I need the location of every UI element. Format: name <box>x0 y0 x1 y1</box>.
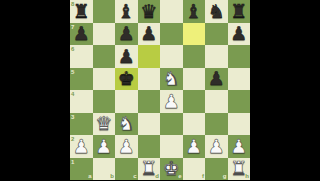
square-b4[interactable] <box>93 90 116 113</box>
square-a3[interactable]: 3 <box>70 113 93 136</box>
white-pawn-e4[interactable]: ♟ <box>160 90 183 113</box>
square-d3[interactable] <box>138 113 161 136</box>
square-d2[interactable] <box>138 135 161 158</box>
square-a1[interactable]: 1a <box>70 158 93 181</box>
square-h6[interactable] <box>228 45 251 68</box>
rank-label-6: 6 <box>71 46 74 52</box>
white-knight-e5[interactable]: ♞ <box>160 68 183 91</box>
square-f4[interactable] <box>183 90 206 113</box>
square-g3[interactable] <box>205 113 228 136</box>
black-bishop-f8[interactable]: ♝ <box>183 0 206 23</box>
square-a7[interactable]: 7♟ <box>70 23 93 46</box>
left-letterbox <box>0 0 70 180</box>
square-h3[interactable] <box>228 113 251 136</box>
file-label-a: a <box>88 173 91 179</box>
square-f1[interactable]: f <box>183 158 206 181</box>
square-e7[interactable] <box>160 23 183 46</box>
square-c6[interactable]: ♟ <box>115 45 138 68</box>
white-king-e1[interactable]: ♚ <box>160 158 183 181</box>
square-h5[interactable] <box>228 68 251 91</box>
square-d8[interactable]: ♛ <box>138 0 161 23</box>
white-knight-c3[interactable]: ♞ <box>115 113 138 136</box>
square-g6[interactable] <box>205 45 228 68</box>
black-pawn-h7[interactable]: ♟ <box>228 23 251 46</box>
black-rook-h8[interactable]: ♜ <box>228 0 251 23</box>
chess-board: 8♜♝♛♝♞♜7♟♟♟♟6♟5♚♞♟4♟3♛♞2♟♟♟♟♟♟1abcd♜e♚fg… <box>70 0 250 180</box>
square-c3[interactable]: ♞ <box>115 113 138 136</box>
square-g1[interactable]: g <box>205 158 228 181</box>
white-pawn-f2[interactable]: ♟ <box>183 135 206 158</box>
square-b5[interactable] <box>93 68 116 91</box>
square-f6[interactable] <box>183 45 206 68</box>
square-a6[interactable]: 6 <box>70 45 93 68</box>
white-rook-h1[interactable]: ♜ <box>228 158 251 181</box>
square-c8[interactable]: ♝ <box>115 0 138 23</box>
white-pawn-g2[interactable]: ♟ <box>205 135 228 158</box>
square-d7[interactable]: ♟ <box>138 23 161 46</box>
white-queen-b3[interactable]: ♛ <box>93 113 116 136</box>
square-g5[interactable]: ♟ <box>205 68 228 91</box>
square-c2[interactable]: ♟ <box>115 135 138 158</box>
square-g8[interactable]: ♞ <box>205 0 228 23</box>
square-d5[interactable] <box>138 68 161 91</box>
file-label-b: b <box>110 173 114 179</box>
white-pawn-a2[interactable]: ♟ <box>70 135 93 158</box>
square-h2[interactable]: ♟ <box>228 135 251 158</box>
black-pawn-d7[interactable]: ♟ <box>138 23 161 46</box>
square-d6[interactable] <box>138 45 161 68</box>
black-knight-g8[interactable]: ♞ <box>205 0 228 23</box>
white-rook-d1[interactable]: ♜ <box>138 158 161 181</box>
black-queen-d8[interactable]: ♛ <box>138 0 161 23</box>
square-e1[interactable]: e♚ <box>160 158 183 181</box>
square-e4[interactable]: ♟ <box>160 90 183 113</box>
square-f8[interactable]: ♝ <box>183 0 206 23</box>
square-c4[interactable] <box>115 90 138 113</box>
square-b6[interactable] <box>93 45 116 68</box>
square-b8[interactable] <box>93 0 116 23</box>
square-h8[interactable]: ♜ <box>228 0 251 23</box>
square-h1[interactable]: h♜ <box>228 158 251 181</box>
square-e5[interactable]: ♞ <box>160 68 183 91</box>
black-bishop-c8[interactable]: ♝ <box>115 0 138 23</box>
square-d1[interactable]: d♜ <box>138 158 161 181</box>
square-c5[interactable]: ♚ <box>115 68 138 91</box>
black-pawn-a7[interactable]: ♟ <box>70 23 93 46</box>
rank-label-4: 4 <box>71 91 74 97</box>
rank-label-5: 5 <box>71 69 74 75</box>
square-a8[interactable]: 8♜ <box>70 0 93 23</box>
file-label-f: f <box>202 173 204 179</box>
black-rook-a8[interactable]: ♜ <box>70 0 93 23</box>
file-label-g: g <box>223 173 227 179</box>
square-g7[interactable] <box>205 23 228 46</box>
file-label-c: c <box>133 173 136 179</box>
square-g2[interactable]: ♟ <box>205 135 228 158</box>
square-f3[interactable] <box>183 113 206 136</box>
square-f2[interactable]: ♟ <box>183 135 206 158</box>
white-pawn-b2[interactable]: ♟ <box>93 135 116 158</box>
square-a2[interactable]: 2♟ <box>70 135 93 158</box>
square-e6[interactable] <box>160 45 183 68</box>
square-f7[interactable] <box>183 23 206 46</box>
square-b2[interactable]: ♟ <box>93 135 116 158</box>
white-pawn-h2[interactable]: ♟ <box>228 135 251 158</box>
black-pawn-c7[interactable]: ♟ <box>115 23 138 46</box>
square-h4[interactable] <box>228 90 251 113</box>
square-e2[interactable] <box>160 135 183 158</box>
rank-label-3: 3 <box>71 114 74 120</box>
square-b7[interactable] <box>93 23 116 46</box>
square-h7[interactable]: ♟ <box>228 23 251 46</box>
white-pawn-c2[interactable]: ♟ <box>115 135 138 158</box>
square-a4[interactable]: 4 <box>70 90 93 113</box>
black-pawn-g5[interactable]: ♟ <box>205 68 228 91</box>
square-a5[interactable]: 5 <box>70 68 93 91</box>
square-e8[interactable] <box>160 0 183 23</box>
right-letterbox <box>250 0 320 180</box>
square-c1[interactable]: c <box>115 158 138 181</box>
black-king-c5[interactable]: ♚ <box>115 68 138 91</box>
square-b1[interactable]: b <box>93 158 116 181</box>
square-b3[interactable]: ♛ <box>93 113 116 136</box>
black-pawn-c6[interactable]: ♟ <box>115 45 138 68</box>
square-c7[interactable]: ♟ <box>115 23 138 46</box>
square-g4[interactable] <box>205 90 228 113</box>
video-frame: 8♜♝♛♝♞♜7♟♟♟♟6♟5♚♞♟4♟3♛♞2♟♟♟♟♟♟1abcd♜e♚fg… <box>0 0 320 180</box>
rank-label-1: 1 <box>71 159 74 165</box>
square-f5[interactable] <box>183 68 206 91</box>
square-e3[interactable] <box>160 113 183 136</box>
square-d4[interactable] <box>138 90 161 113</box>
